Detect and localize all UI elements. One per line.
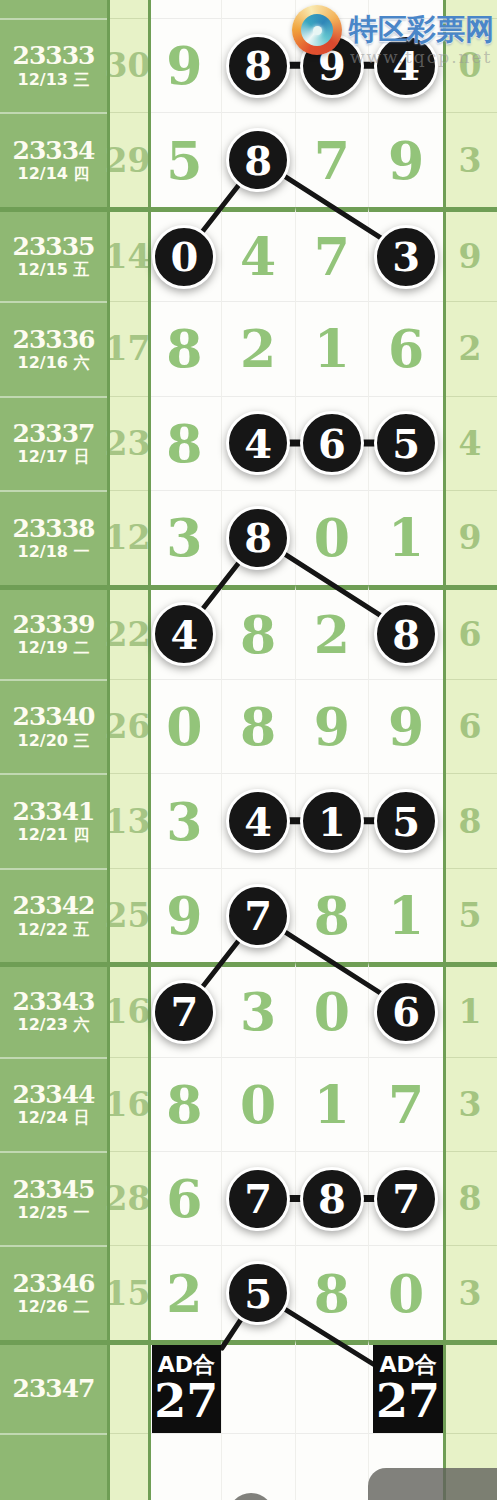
digit-cell: 1 (296, 1057, 370, 1151)
issue-cell: 2333812/18 一 (0, 490, 107, 584)
draw-row-23340: 2334012/20 三2608996 (0, 679, 497, 773)
stat-cell: 12 (107, 490, 148, 584)
tail-cell (443, 1340, 497, 1433)
tail-cell: 1 (443, 962, 497, 1056)
digit-cell: 8 (222, 585, 296, 679)
tail-digit: 9 (459, 237, 482, 276)
draw-row-23346: 2334612/26 二1525803 (0, 1245, 497, 1339)
digit: 5 (166, 130, 202, 191)
digit-cell: 0 (222, 1057, 296, 1151)
digit-cell: 3 (148, 490, 222, 584)
digit-cell (148, 0, 222, 18)
digit: 6 (388, 318, 424, 379)
issue-date: 12/25 一 (18, 1203, 90, 1222)
circled-digit: 4 (226, 411, 290, 475)
tail-digit: 3 (459, 1274, 482, 1313)
tail-digit: 2 (459, 329, 482, 368)
tail-digit: 8 (459, 1179, 482, 1218)
digit-cell: 4 (222, 396, 296, 490)
tail-digit: 9 (459, 518, 482, 557)
draw-row-23342: 2334212/22 五2597815 (0, 868, 497, 962)
digit-cell: 7 (296, 112, 370, 206)
tail-cell: 3 (443, 1057, 497, 1151)
digit-cell: 3 (148, 773, 222, 867)
draw-row-23341: 2334112/21 四1334158 (0, 773, 497, 867)
lottery-trend-page: 2333312/13 三30989402333412/14 四295879323… (0, 0, 497, 1500)
stat-cell: 15 (107, 1245, 148, 1339)
issue-cell: 2334512/25 一 (0, 1151, 107, 1245)
digit-cell: 5 (369, 773, 443, 867)
digit-cell: 6 (369, 962, 443, 1056)
tail-cell: 9 (443, 207, 497, 301)
digit-cell: 0 (148, 207, 222, 301)
issue-number: 23335 (13, 234, 95, 260)
circled-digit: 4 (226, 789, 290, 853)
stat-cell: 14 (107, 207, 148, 301)
issue-date: 12/18 一 (18, 542, 90, 561)
tail-digit: 3 (459, 141, 482, 180)
digit-cell: AD合27 (148, 1340, 222, 1433)
tail-cell: 8 (443, 773, 497, 867)
digit-cell: 8 (222, 490, 296, 584)
stat-value: 22 (105, 615, 151, 654)
issue-number: 23334 (13, 138, 95, 164)
digit-cell: 1 (296, 301, 370, 395)
digit: 1 (388, 885, 424, 946)
digit-cell: 1 (369, 490, 443, 584)
tail-digit: 6 (459, 707, 482, 746)
digit: 0 (240, 1074, 276, 1135)
digit: 1 (388, 507, 424, 568)
issue-number: 23336 (13, 327, 95, 353)
trend-board: 2333312/13 三30989402333412/14 四295879323… (0, 0, 497, 1500)
tail-cell: 3 (443, 1245, 497, 1339)
issue-date: 12/19 二 (18, 638, 90, 657)
digit-cell: 8 (296, 868, 370, 962)
issue-cell: 2333512/15 五 (0, 207, 107, 301)
circled-digit: 1 (300, 789, 364, 853)
stat-value: 23 (105, 424, 151, 463)
issue-date: 12/13 三 (18, 70, 90, 89)
digit-cell (148, 1433, 222, 1500)
digit: 1 (314, 1074, 350, 1135)
circled-digit: 8 (300, 1167, 364, 1231)
digit-cell: 9 (369, 679, 443, 773)
digit-cell: 8 (222, 679, 296, 773)
issue-number: 23342 (13, 893, 95, 919)
issue-date: 12/24 日 (18, 1108, 90, 1127)
draw-row-23344: 2334412/24 日1680173 (0, 1057, 497, 1151)
digit: 2 (240, 318, 276, 379)
circled-digit: 3 (374, 225, 438, 289)
draw-row-23335: 2333512/15 五1404739 (0, 207, 497, 301)
tail-digit: 1 (459, 992, 482, 1031)
draw-row-23338: 2333812/18 一1238019 (0, 490, 497, 584)
issue-cell: 2333312/13 三 (0, 18, 107, 112)
digit-cell: 3 (369, 207, 443, 301)
issue-number: 23337 (13, 421, 95, 447)
issue-date: 12/22 五 (18, 920, 90, 939)
digit-cell: 7 (222, 1151, 296, 1245)
digit-cell: 7 (296, 207, 370, 301)
digit: 0 (314, 981, 350, 1042)
tail-cell: 6 (443, 585, 497, 679)
issue-date: 12/20 三 (18, 731, 90, 750)
circled-digit: 8 (226, 128, 290, 192)
issue-number: 23347 (13, 1376, 95, 1402)
stat-cell: 29 (107, 112, 148, 206)
issue-date: 12/15 五 (18, 260, 90, 279)
stat-cell: 22 (107, 585, 148, 679)
digit: 2 (314, 604, 350, 665)
tail-cell: 9 (443, 490, 497, 584)
circled-digit: 6 (374, 980, 438, 1044)
issue-number: 23343 (13, 989, 95, 1015)
stat-cell: 23 (107, 396, 148, 490)
issue-cell: 2334412/24 日 (0, 1057, 107, 1151)
logo-watermark: www.tqcp.net (350, 47, 492, 67)
stat-cell: 16 (107, 962, 148, 1056)
tail-cell: 4 (443, 396, 497, 490)
digit-cell (222, 1340, 296, 1433)
issue-cell: 2333412/14 四 (0, 112, 107, 206)
digit-cell: 0 (369, 1245, 443, 1339)
circled-digit: 4 (152, 602, 216, 666)
tail-cell: 2 (443, 301, 497, 395)
issue-cell: 2334312/23 六 (0, 962, 107, 1056)
digit-cell: 8 (296, 1245, 370, 1339)
digit-cell: 0 (148, 679, 222, 773)
digit-cell (222, 0, 296, 18)
digit-cell: 7 (222, 868, 296, 962)
issue-date: 12/26 二 (18, 1297, 90, 1316)
floating-panel[interactable] (368, 1468, 497, 1500)
issue-cell: 2334112/21 四 (0, 773, 107, 867)
digit-cell: 8 (296, 1151, 370, 1245)
stat-value: 16 (105, 992, 151, 1031)
digit-cell: 1 (369, 868, 443, 962)
digit: 8 (314, 885, 350, 946)
digit-cell: 2 (222, 301, 296, 395)
stat-value: 15 (105, 1274, 151, 1313)
digit: 0 (314, 507, 350, 568)
digit-cell: 5 (148, 112, 222, 206)
stat-cell: 16 (107, 1057, 148, 1151)
digit: 7 (314, 130, 350, 191)
digit: 9 (388, 130, 424, 191)
digit: 4 (240, 226, 276, 287)
issue-cell: 2334612/26 二 (0, 1245, 107, 1339)
site-logo[interactable]: 特区彩票网 www.tqcp.net (292, 5, 494, 55)
issue-date: 12/17 日 (18, 447, 90, 466)
circled-digit: 7 (226, 1167, 290, 1231)
digit-cell: 9 (369, 112, 443, 206)
draw-row-23334: 2333412/14 四2958793 (0, 112, 497, 206)
circled-digit: 8 (226, 506, 290, 570)
digit-cell: 1 (296, 773, 370, 867)
draw-row-23345: 2334512/25 一2867878 (0, 1151, 497, 1245)
digit-cell: 4 (148, 585, 222, 679)
digit-cell: 6 (296, 396, 370, 490)
digit-cell (296, 1340, 370, 1433)
digit-cell: 4 (222, 773, 296, 867)
stat-cell: 25 (107, 868, 148, 962)
digit: 3 (240, 981, 276, 1042)
issue-date: 12/23 六 (18, 1015, 90, 1034)
digit: 8 (166, 1074, 202, 1135)
circled-digit: 7 (226, 884, 290, 948)
tail-cell: 6 (443, 679, 497, 773)
digit-cell: 2 (296, 585, 370, 679)
ad-sum-box: AD合27 (373, 1345, 443, 1433)
stat-value: 12 (105, 518, 151, 557)
tail-cell: 8 (443, 1151, 497, 1245)
issue-date: 12/16 六 (18, 353, 90, 372)
issue-number: 23344 (13, 1082, 95, 1108)
draw-row-23337: 2333712/17 日2384654 (0, 396, 497, 490)
stat-cell (107, 1433, 148, 1500)
stat-value: 26 (105, 707, 151, 746)
issue-number: 23341 (13, 799, 95, 825)
digit-cell: 6 (148, 1151, 222, 1245)
circled-digit: 8 (226, 34, 290, 98)
issue-number: 23345 (13, 1177, 95, 1203)
tail-digit: 8 (459, 802, 482, 841)
digit-cell: 8 (222, 112, 296, 206)
vertical-rule (107, 0, 110, 1500)
stat-value: 28 (105, 1179, 151, 1218)
digit: 0 (166, 696, 202, 757)
digit: 0 (388, 1263, 424, 1324)
digit-cell: 3 (222, 962, 296, 1056)
digit: 7 (314, 226, 350, 287)
digit: 8 (166, 318, 202, 379)
stat-cell: 17 (107, 301, 148, 395)
digit-cell: 9 (296, 679, 370, 773)
circled-digit: 7 (374, 1167, 438, 1231)
draw-row-23343: 2334312/23 六1673061 (0, 962, 497, 1056)
digit: 7 (388, 1074, 424, 1135)
digit-cell: AD合27 (369, 1340, 443, 1433)
digit-cell (296, 1433, 370, 1500)
draw-row-23347: 23347AD合27AD合27 (0, 1340, 497, 1433)
stat-value: 25 (105, 896, 151, 935)
issue-cell: 2333612/16 六 (0, 301, 107, 395)
stat-cell: 28 (107, 1151, 148, 1245)
stat-value: 30 (105, 46, 151, 85)
digit-cell: 8 (369, 585, 443, 679)
draw-row-23339: 2333912/19 二2248286 (0, 585, 497, 679)
stat-value: 16 (105, 1085, 151, 1124)
stat-cell: 30 (107, 18, 148, 112)
digit-cell (222, 1433, 296, 1500)
digit-cell: 0 (296, 490, 370, 584)
digit-cell: 8 (148, 396, 222, 490)
tail-digit: 3 (459, 1085, 482, 1124)
issue-date: 12/14 四 (18, 164, 90, 183)
circled-digit: 8 (374, 602, 438, 666)
issue-number: 23333 (13, 43, 95, 69)
logo-text: 特区彩票网 (349, 15, 494, 44)
digit-cell: 2 (148, 1245, 222, 1339)
circled-digit: 5 (374, 789, 438, 853)
digit: 6 (166, 1168, 202, 1229)
logo-ball-icon (292, 5, 342, 55)
digit-cell: 7 (148, 962, 222, 1056)
stat-value: 14 (105, 237, 151, 276)
digit-cell: 8 (148, 1057, 222, 1151)
digit: 9 (314, 696, 350, 757)
ad-sum-value: 27 (376, 1377, 440, 1425)
digit-cell: 4 (222, 207, 296, 301)
digit: 9 (166, 35, 202, 96)
digit: 2 (166, 1263, 202, 1324)
tail-digit: 5 (459, 896, 482, 935)
stat-value: 13 (105, 802, 151, 841)
digit-cell: 9 (148, 18, 222, 112)
digit: 3 (166, 507, 202, 568)
digit-cell: 7 (369, 1151, 443, 1245)
issue-cell: 23347 (0, 1340, 107, 1433)
digit: 8 (240, 604, 276, 665)
digit: 3 (166, 791, 202, 852)
issue-number: 23346 (13, 1271, 95, 1297)
tail-digit: 6 (459, 615, 482, 654)
tail-cell: 3 (443, 112, 497, 206)
tail-cell: 5 (443, 868, 497, 962)
draw-row-23336: 2333612/16 六1782162 (0, 301, 497, 395)
circled-digit: 7 (152, 980, 216, 1044)
digit-cell: 8 (148, 301, 222, 395)
tail-digit: 4 (459, 424, 482, 463)
stat-value: 29 (105, 141, 151, 180)
circled-digit: 5 (374, 411, 438, 475)
issue-cell (0, 0, 107, 18)
stat-cell (107, 1340, 148, 1433)
issue-number: 23339 (13, 612, 95, 638)
circled-digit: 5 (226, 1261, 290, 1325)
digit: 9 (388, 696, 424, 757)
issue-number: 23340 (13, 704, 95, 730)
issue-number: 23338 (13, 516, 95, 542)
circled-digit: 0 (152, 225, 216, 289)
digit-cell: 8 (222, 18, 296, 112)
issue-date: 12/21 四 (18, 825, 90, 844)
digit: 8 (166, 413, 202, 474)
stat-cell (107, 0, 148, 18)
stat-cell: 26 (107, 679, 148, 773)
digit: 8 (240, 696, 276, 757)
issue-cell: 2334012/20 三 (0, 679, 107, 773)
digit: 1 (314, 318, 350, 379)
issue-cell: 2333912/19 二 (0, 585, 107, 679)
issue-cell: 2334212/22 五 (0, 868, 107, 962)
vertical-rule (443, 0, 446, 1500)
stat-value: 17 (105, 329, 151, 368)
digit: 9 (166, 885, 202, 946)
digit: 8 (314, 1263, 350, 1324)
issue-cell (0, 1433, 107, 1500)
digit-cell: 6 (369, 301, 443, 395)
digit-cell: 5 (369, 396, 443, 490)
stat-cell: 13 (107, 773, 148, 867)
circled-digit: 6 (300, 411, 364, 475)
issue-cell: 2333712/17 日 (0, 396, 107, 490)
vertical-rule (148, 0, 151, 1500)
digit-cell: 5 (222, 1245, 296, 1339)
ad-sum-box: AD合27 (152, 1345, 221, 1433)
ad-sum-value: 27 (154, 1377, 218, 1425)
digit-cell: 7 (369, 1057, 443, 1151)
digit-cell: 9 (148, 868, 222, 962)
digit-cell: 0 (296, 962, 370, 1056)
